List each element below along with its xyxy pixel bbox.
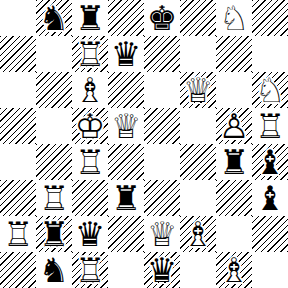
black-queen-icon: ♛♛ bbox=[108, 36, 144, 72]
square-g3[interactable] bbox=[216, 180, 252, 216]
square-a1[interactable] bbox=[0, 252, 36, 288]
white-knight-icon: ♞♘ bbox=[216, 0, 252, 36]
square-a5[interactable] bbox=[0, 108, 36, 144]
square-d3[interactable]: ♜♜ bbox=[108, 180, 144, 216]
piece-glyph: ♖ bbox=[75, 252, 105, 288]
square-h5[interactable]: ♜♖ bbox=[252, 108, 288, 144]
piece-glyph: ♜ bbox=[39, 216, 69, 252]
black-rook-icon: ♜♜ bbox=[72, 0, 108, 36]
piece-glyph: ♗ bbox=[219, 252, 249, 288]
square-g6[interactable] bbox=[216, 72, 252, 108]
piece-glyph: ♞ bbox=[39, 0, 69, 36]
square-g7[interactable] bbox=[216, 36, 252, 72]
square-c5[interactable]: ♚♔ bbox=[72, 108, 108, 144]
square-c4[interactable]: ♜♖ bbox=[72, 144, 108, 180]
square-c1[interactable]: ♜♖ bbox=[72, 252, 108, 288]
white-knight-icon: ♞♘ bbox=[252, 72, 288, 108]
square-f5[interactable] bbox=[180, 108, 216, 144]
piece-glyph: ♖ bbox=[39, 180, 69, 216]
square-a6[interactable] bbox=[0, 72, 36, 108]
white-pawn-icon: ♟♙ bbox=[216, 108, 252, 144]
square-c7[interactable]: ♜♖ bbox=[72, 36, 108, 72]
square-d8[interactable] bbox=[108, 0, 144, 36]
square-g8[interactable]: ♞♘ bbox=[216, 0, 252, 36]
square-c8[interactable]: ♜♜ bbox=[72, 0, 108, 36]
black-rook-icon: ♜♜ bbox=[108, 180, 144, 216]
white-rook-icon: ♜♖ bbox=[252, 108, 288, 144]
square-c6[interactable]: ♝♗ bbox=[72, 72, 108, 108]
black-rook-icon: ♜♜ bbox=[36, 216, 72, 252]
square-d6[interactable] bbox=[108, 72, 144, 108]
square-e1[interactable]: ♛♛ bbox=[144, 252, 180, 288]
piece-glyph: ♛ bbox=[75, 216, 105, 252]
square-b5[interactable] bbox=[36, 108, 72, 144]
square-a4[interactable] bbox=[0, 144, 36, 180]
square-f2[interactable]: ♝♗ bbox=[180, 216, 216, 252]
square-d1[interactable] bbox=[108, 252, 144, 288]
square-a2[interactable]: ♜♖ bbox=[0, 216, 36, 252]
piece-glyph: ♖ bbox=[3, 216, 33, 252]
square-a7[interactable] bbox=[0, 36, 36, 72]
square-h2[interactable] bbox=[252, 216, 288, 252]
white-bishop-icon: ♝♗ bbox=[216, 252, 252, 288]
square-h1[interactable] bbox=[252, 252, 288, 288]
square-b7[interactable] bbox=[36, 36, 72, 72]
square-h8[interactable] bbox=[252, 0, 288, 36]
square-e4[interactable] bbox=[144, 144, 180, 180]
white-rook-icon: ♜♖ bbox=[72, 144, 108, 180]
white-queen-icon: ♛♕ bbox=[180, 72, 216, 108]
square-d4[interactable] bbox=[108, 144, 144, 180]
square-f8[interactable] bbox=[180, 0, 216, 36]
square-b2[interactable]: ♜♜ bbox=[36, 216, 72, 252]
square-a3[interactable] bbox=[0, 180, 36, 216]
square-g2[interactable] bbox=[216, 216, 252, 252]
white-rook-icon: ♜♖ bbox=[36, 180, 72, 216]
black-bishop-icon: ♝♝ bbox=[252, 144, 288, 180]
white-bishop-icon: ♝♗ bbox=[72, 72, 108, 108]
piece-glyph: ♔ bbox=[75, 108, 105, 144]
black-knight-icon: ♞♞ bbox=[36, 0, 72, 36]
square-b8[interactable]: ♞♞ bbox=[36, 0, 72, 36]
square-f7[interactable] bbox=[180, 36, 216, 72]
black-queen-icon: ♛♛ bbox=[144, 252, 180, 288]
square-d7[interactable]: ♛♛ bbox=[108, 36, 144, 72]
piece-glyph: ♖ bbox=[255, 108, 285, 144]
square-e7[interactable] bbox=[144, 36, 180, 72]
square-d5[interactable]: ♛♕ bbox=[108, 108, 144, 144]
piece-glyph: ♗ bbox=[75, 72, 105, 108]
piece-glyph: ♘ bbox=[255, 72, 285, 108]
square-c3[interactable] bbox=[72, 180, 108, 216]
square-e3[interactable] bbox=[144, 180, 180, 216]
chess-board: ♞♞♜♜♚♚♞♘♜♖♛♛♝♗♛♕♞♘♚♔♛♕♟♙♜♖♜♖♜♜♝♝♜♖♜♜♝♝♜♖… bbox=[0, 0, 288, 288]
square-f4[interactable] bbox=[180, 144, 216, 180]
piece-glyph: ♘ bbox=[219, 0, 249, 36]
square-b6[interactable] bbox=[36, 72, 72, 108]
square-h3[interactable]: ♝♝ bbox=[252, 180, 288, 216]
square-e8[interactable]: ♚♚ bbox=[144, 0, 180, 36]
square-f6[interactable]: ♛♕ bbox=[180, 72, 216, 108]
square-h4[interactable]: ♝♝ bbox=[252, 144, 288, 180]
piece-glyph: ♜ bbox=[219, 144, 249, 180]
white-rook-icon: ♜♖ bbox=[72, 252, 108, 288]
piece-glyph: ♛ bbox=[147, 252, 177, 288]
piece-glyph: ♕ bbox=[183, 72, 213, 108]
square-e6[interactable] bbox=[144, 72, 180, 108]
piece-glyph: ♗ bbox=[183, 216, 213, 252]
white-queen-icon: ♛♕ bbox=[144, 216, 180, 252]
square-g1[interactable]: ♝♗ bbox=[216, 252, 252, 288]
piece-glyph: ♕ bbox=[111, 108, 141, 144]
square-f1[interactable] bbox=[180, 252, 216, 288]
white-queen-icon: ♛♕ bbox=[108, 108, 144, 144]
black-king-icon: ♚♚ bbox=[144, 0, 180, 36]
piece-glyph: ♜ bbox=[111, 180, 141, 216]
piece-glyph: ♙ bbox=[219, 108, 249, 144]
black-rook-icon: ♜♜ bbox=[216, 144, 252, 180]
piece-glyph: ♞ bbox=[39, 252, 69, 288]
piece-glyph: ♛ bbox=[111, 36, 141, 72]
square-h6[interactable]: ♞♘ bbox=[252, 72, 288, 108]
black-queen-icon: ♛♛ bbox=[72, 216, 108, 252]
white-rook-icon: ♜♖ bbox=[72, 36, 108, 72]
black-bishop-icon: ♝♝ bbox=[252, 180, 288, 216]
square-h7[interactable] bbox=[252, 36, 288, 72]
square-a8[interactable] bbox=[0, 0, 36, 36]
white-king-icon: ♚♔ bbox=[72, 108, 108, 144]
piece-glyph: ♕ bbox=[147, 216, 177, 252]
piece-glyph: ♖ bbox=[75, 144, 105, 180]
white-bishop-icon: ♝♗ bbox=[180, 216, 216, 252]
square-d2[interactable] bbox=[108, 216, 144, 252]
square-b3[interactable]: ♜♖ bbox=[36, 180, 72, 216]
piece-glyph: ♝ bbox=[255, 180, 285, 216]
piece-glyph: ♜ bbox=[75, 0, 105, 36]
square-g5[interactable]: ♟♙ bbox=[216, 108, 252, 144]
piece-glyph: ♝ bbox=[255, 144, 285, 180]
square-c2[interactable]: ♛♛ bbox=[72, 216, 108, 252]
square-e2[interactable]: ♛♕ bbox=[144, 216, 180, 252]
square-b1[interactable]: ♞♞ bbox=[36, 252, 72, 288]
square-g4[interactable]: ♜♜ bbox=[216, 144, 252, 180]
piece-glyph: ♖ bbox=[75, 36, 105, 72]
square-f3[interactable] bbox=[180, 180, 216, 216]
square-e5[interactable] bbox=[144, 108, 180, 144]
square-b4[interactable] bbox=[36, 144, 72, 180]
black-knight-icon: ♞♞ bbox=[36, 252, 72, 288]
white-rook-icon: ♜♖ bbox=[0, 216, 36, 252]
piece-glyph: ♚ bbox=[147, 0, 177, 36]
